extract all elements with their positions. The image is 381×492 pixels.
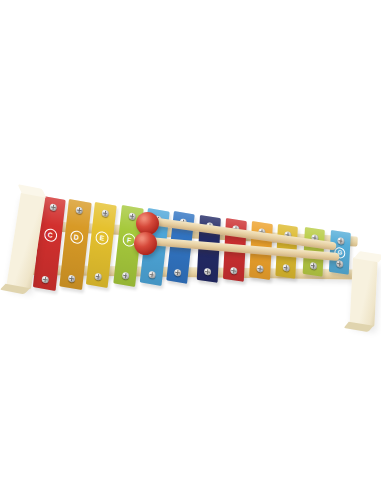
screw: [336, 260, 343, 268]
screw: [309, 262, 316, 270]
screw: [337, 237, 344, 245]
note-label: D: [69, 229, 83, 244]
screw: [204, 268, 211, 276]
screw: [174, 269, 182, 277]
left-block-top-face: [18, 184, 47, 197]
xylophone-right-end-block: [350, 257, 378, 327]
screw: [256, 265, 263, 273]
right-block-top-face: [354, 251, 381, 262]
note-label: E: [95, 231, 109, 246]
screw: [230, 267, 237, 275]
note-label: C: [43, 228, 57, 243]
product-photo: C D E F: [0, 0, 381, 492]
screw: [148, 271, 156, 279]
screw: [121, 272, 129, 280]
screw: [41, 276, 49, 284]
screw: [101, 209, 109, 217]
mallet-ball-2: [134, 232, 157, 255]
left-block-bottom-face: [0, 284, 30, 295]
right-block-bottom-face: [344, 322, 374, 332]
screw: [49, 203, 57, 211]
screw: [68, 275, 76, 283]
screw: [128, 212, 136, 220]
screw: [282, 264, 289, 272]
screw: [94, 273, 102, 281]
screw: [75, 206, 83, 214]
